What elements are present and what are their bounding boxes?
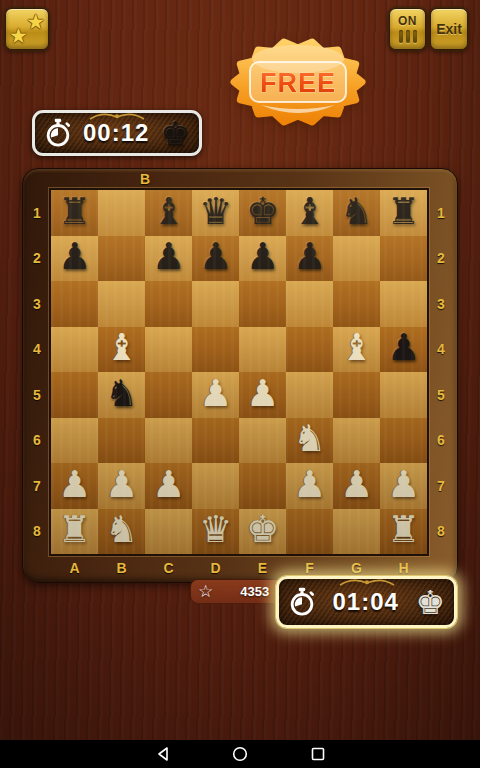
- square-g3[interactable]: [333, 281, 380, 327]
- square-d6[interactable]: [192, 418, 239, 464]
- rank-label-5: 5: [23, 372, 51, 418]
- piece-white-knight[interactable]: ♞: [98, 512, 145, 549]
- square-a7[interactable]: ♟: [51, 463, 98, 509]
- square-c1[interactable]: ♝: [145, 190, 192, 236]
- square-e6[interactable]: [239, 418, 286, 464]
- square-f1[interactable]: ♝: [286, 190, 333, 236]
- stopwatch-icon: [44, 118, 72, 148]
- piece-black-rook[interactable]: ♜: [380, 193, 427, 230]
- rank-label-3: 3: [23, 281, 51, 327]
- square-b3[interactable]: [98, 281, 145, 327]
- rank-label-2: 2: [425, 236, 457, 282]
- sound-bars-icon: [390, 30, 425, 43]
- rank-label-1: 1: [425, 190, 457, 236]
- square-d3[interactable]: [192, 281, 239, 327]
- rank-label-6: 6: [425, 418, 457, 464]
- square-c4[interactable]: [145, 327, 192, 373]
- piece-white-pawn[interactable]: ♟: [98, 466, 145, 503]
- star-score: 4353: [240, 584, 269, 599]
- square-b2[interactable]: [98, 236, 145, 282]
- square-b7[interactable]: ♟: [98, 463, 145, 509]
- black-king-icon: ♚: [160, 117, 190, 150]
- piece-white-knight[interactable]: ♞: [286, 421, 333, 458]
- rank-labels-left: 12345678: [23, 190, 51, 554]
- piece-white-pawn[interactable]: ♟: [380, 466, 427, 503]
- square-e2[interactable]: ♟: [239, 236, 286, 282]
- piece-white-pawn[interactable]: ♟: [286, 466, 333, 503]
- square-c8[interactable]: [145, 509, 192, 555]
- square-d1[interactable]: ♛: [192, 190, 239, 236]
- square-g4[interactable]: ♝: [333, 327, 380, 373]
- piece-white-pawn[interactable]: ♟: [333, 466, 380, 503]
- square-f4[interactable]: [286, 327, 333, 373]
- square-a6[interactable]: [51, 418, 98, 464]
- rank-labels-right: 12345678: [425, 190, 457, 554]
- black-player-clock: 00:12 ♚: [32, 110, 202, 156]
- free-badge: FREE: [225, 33, 371, 131]
- square-c3[interactable]: [145, 281, 192, 327]
- recents-button[interactable]: [309, 745, 327, 763]
- square-e8[interactable]: ♚: [239, 509, 286, 555]
- piece-white-pawn[interactable]: ♟: [145, 466, 192, 503]
- home-button[interactable]: [231, 745, 249, 763]
- back-button[interactable]: [155, 745, 173, 763]
- piece-white-bishop[interactable]: ♝: [333, 330, 380, 367]
- rank-label-5: 5: [425, 372, 457, 418]
- square-h7[interactable]: ♟: [380, 463, 427, 509]
- piece-white-pawn[interactable]: ♟: [192, 375, 239, 412]
- square-b1[interactable]: [98, 190, 145, 236]
- piece-black-pawn[interactable]: ♟: [145, 239, 192, 276]
- piece-white-queen[interactable]: ♛: [192, 512, 239, 549]
- square-g1[interactable]: ♞: [333, 190, 380, 236]
- square-c5[interactable]: [145, 372, 192, 418]
- square-d4[interactable]: [192, 327, 239, 373]
- free-badge-label: FREE: [260, 68, 336, 98]
- white-player-clock: 01:04 ♚: [276, 576, 457, 628]
- file-label-d: D: [192, 554, 239, 582]
- square-b6[interactable]: [98, 418, 145, 464]
- rank-label-3: 3: [425, 281, 457, 327]
- square-a2[interactable]: ♟: [51, 236, 98, 282]
- piece-black-knight[interactable]: ♞: [98, 375, 145, 412]
- star-icon: ★: [9, 25, 28, 46]
- sound-on-button[interactable]: ON: [389, 8, 426, 50]
- square-h6[interactable]: [380, 418, 427, 464]
- white-clock-time: 01:04: [324, 588, 407, 616]
- file-label-a: A: [51, 554, 98, 582]
- gold-flourish-icon: [86, 110, 148, 122]
- piece-black-pawn[interactable]: ♟: [51, 239, 98, 276]
- rank-label-7: 7: [425, 463, 457, 509]
- android-nav-bar: [0, 740, 480, 768]
- piece-black-pawn[interactable]: ♟: [239, 239, 286, 276]
- rank-label-2: 2: [23, 236, 51, 282]
- piece-black-king[interactable]: ♚: [239, 193, 286, 230]
- piece-black-pawn[interactable]: ♟: [286, 239, 333, 276]
- square-g7[interactable]: ♟: [333, 463, 380, 509]
- square-a8[interactable]: ♜: [51, 509, 98, 555]
- square-f7[interactable]: ♟: [286, 463, 333, 509]
- square-a4[interactable]: [51, 327, 98, 373]
- stopwatch-icon: [288, 587, 316, 617]
- square-h2[interactable]: [380, 236, 427, 282]
- black-clock-time: 00:12: [80, 119, 152, 147]
- square-c2[interactable]: ♟: [145, 236, 192, 282]
- board-squares: ♜♝♛♚♝♞♜♟♟♟♟♟♝♝♟♞♟♟♞♟♟♟♟♟♟♜♞♛♚♜: [51, 190, 427, 554]
- rank-label-7: 7: [23, 463, 51, 509]
- square-c6[interactable]: [145, 418, 192, 464]
- square-c7[interactable]: ♟: [145, 463, 192, 509]
- rank-label-1: 1: [23, 190, 51, 236]
- square-g5[interactable]: [333, 372, 380, 418]
- square-g8[interactable]: [333, 509, 380, 555]
- rank-label-4: 4: [425, 327, 457, 373]
- square-b8[interactable]: ♞: [98, 509, 145, 555]
- square-h8[interactable]: ♜: [380, 509, 427, 555]
- square-d7[interactable]: [192, 463, 239, 509]
- piece-white-pawn[interactable]: ♟: [51, 466, 98, 503]
- piece-white-pawn[interactable]: ♟: [239, 375, 286, 412]
- piece-black-pawn[interactable]: ♟: [192, 239, 239, 276]
- piece-black-pawn[interactable]: ♟: [380, 330, 427, 367]
- square-e4[interactable]: [239, 327, 286, 373]
- file-label-top-b: B: [135, 171, 155, 187]
- square-e1[interactable]: ♚: [239, 190, 286, 236]
- square-a5[interactable]: [51, 372, 98, 418]
- rank-label-8: 8: [425, 509, 457, 555]
- exit-button-label: Exit: [431, 9, 467, 49]
- achievements-button[interactable]: ★ ★: [5, 8, 49, 50]
- square-f6[interactable]: ♞: [286, 418, 333, 464]
- square-e3[interactable]: [239, 281, 286, 327]
- square-f5[interactable]: [286, 372, 333, 418]
- piece-black-knight[interactable]: ♞: [333, 193, 380, 230]
- chess-app-screen: ★ ★ ON Exit FREE: [0, 0, 480, 768]
- piece-white-king[interactable]: ♚: [239, 512, 286, 549]
- piece-black-rook[interactable]: ♜: [51, 193, 98, 230]
- star-outline-icon: ☆: [198, 583, 213, 600]
- square-a1[interactable]: ♜: [51, 190, 98, 236]
- exit-button[interactable]: Exit: [430, 8, 468, 50]
- rank-label-4: 4: [23, 327, 51, 373]
- sound-button-label: ON: [390, 14, 425, 28]
- square-f3[interactable]: [286, 281, 333, 327]
- square-f2[interactable]: ♟: [286, 236, 333, 282]
- square-d8[interactable]: ♛: [192, 509, 239, 555]
- square-b4[interactable]: ♝: [98, 327, 145, 373]
- file-label-c: C: [145, 554, 192, 582]
- square-e5[interactable]: ♟: [239, 372, 286, 418]
- square-g6[interactable]: [333, 418, 380, 464]
- piece-black-bishop[interactable]: ♝: [286, 193, 333, 230]
- piece-white-rook[interactable]: ♜: [51, 512, 98, 549]
- chess-board: 12345678 12345678 B ♜♝♛♚♝♞♜♟♟♟♟♟♝♝♟♞♟♟♞♟…: [22, 168, 458, 583]
- star-icon: ★: [26, 11, 45, 32]
- rank-label-6: 6: [23, 418, 51, 464]
- piece-black-queen[interactable]: ♛: [192, 193, 239, 230]
- square-f8[interactable]: [286, 509, 333, 555]
- rank-label-8: 8: [23, 509, 51, 555]
- square-e7[interactable]: [239, 463, 286, 509]
- square-h4[interactable]: ♟: [380, 327, 427, 373]
- square-b5[interactable]: ♞: [98, 372, 145, 418]
- piece-white-bishop[interactable]: ♝: [98, 330, 145, 367]
- square-g2[interactable]: [333, 236, 380, 282]
- square-a3[interactable]: [51, 281, 98, 327]
- square-d2[interactable]: ♟: [192, 236, 239, 282]
- piece-black-bishop[interactable]: ♝: [145, 193, 192, 230]
- square-h5[interactable]: [380, 372, 427, 418]
- gold-flourish-icon: [336, 576, 398, 588]
- piece-white-rook[interactable]: ♜: [380, 512, 427, 549]
- file-label-b: B: [98, 554, 145, 582]
- square-h3[interactable]: [380, 281, 427, 327]
- square-d5[interactable]: ♟: [192, 372, 239, 418]
- white-king-icon: ♚: [415, 586, 445, 619]
- square-h1[interactable]: ♜: [380, 190, 427, 236]
